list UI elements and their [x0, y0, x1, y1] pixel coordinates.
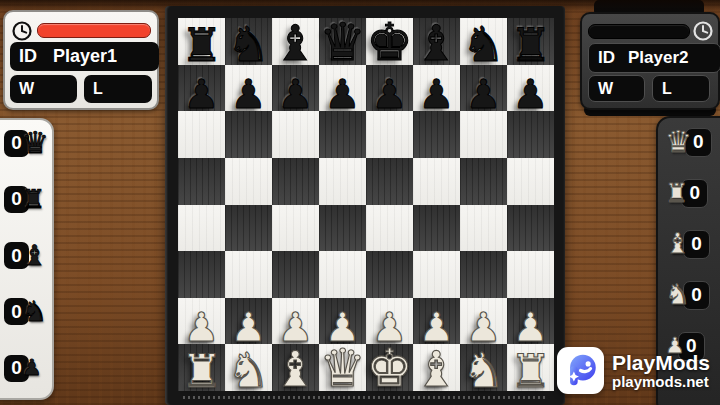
square-h4[interactable]	[507, 205, 554, 252]
playmods-logo-icon[interactable]	[557, 347, 604, 394]
square-f7[interactable]: ♟	[413, 65, 460, 112]
player2-wins-label: W	[598, 80, 613, 98]
square-d7[interactable]: ♟	[319, 65, 366, 112]
white-queen-icon: ♛	[665, 127, 692, 157]
playmods-name[interactable]: PlayMods	[612, 352, 710, 374]
player2-losses-box: L	[652, 75, 710, 102]
playmods-watermark[interactable]: PlayMods playmods.net	[557, 347, 710, 394]
piece-black-bishop[interactable]: ♝	[415, 19, 459, 68]
square-e1[interactable]: ♚	[366, 344, 413, 391]
captured-white-queen-row: ♛0	[665, 126, 720, 158]
player1-wins-box: W	[10, 75, 77, 103]
captured-white-rook-row: ♜0	[665, 177, 720, 209]
piece-white-rook[interactable]: ♜	[181, 348, 222, 394]
player2-wins-box: W	[588, 75, 645, 102]
square-f8[interactable]: ♝	[413, 18, 460, 65]
square-e4[interactable]	[366, 205, 413, 252]
square-g6[interactable]	[460, 111, 507, 158]
square-b4[interactable]	[225, 205, 272, 252]
piece-black-bishop[interactable]: ♝	[274, 19, 318, 68]
square-a1[interactable]: ♜	[178, 344, 225, 391]
piece-black-pawn[interactable]: ♟	[184, 74, 220, 114]
piece-white-bishop[interactable]: ♝	[415, 345, 459, 394]
captured-black-rook-row: 0♜	[4, 183, 52, 215]
player1-name: Player1	[53, 46, 117, 67]
square-g4[interactable]	[460, 205, 507, 252]
piece-black-knight[interactable]: ♞	[462, 20, 505, 68]
square-f2[interactable]: ♟	[413, 298, 460, 345]
player1-losses-box: L	[84, 75, 152, 103]
square-d5[interactable]	[319, 158, 366, 205]
square-c2[interactable]: ♟	[272, 298, 319, 345]
piece-white-bishop[interactable]: ♝	[274, 345, 318, 394]
square-h8[interactable]: ♜	[507, 18, 554, 65]
square-b1[interactable]: ♞	[225, 344, 272, 391]
square-d4[interactable]	[319, 205, 366, 252]
white-rook-icon: ♜	[665, 180, 688, 206]
square-f4[interactable]	[413, 205, 460, 252]
player1-clock-icon	[11, 20, 33, 42]
square-f1[interactable]: ♝	[413, 344, 460, 391]
square-h6[interactable]	[507, 111, 554, 158]
square-a5[interactable]	[178, 158, 225, 205]
square-a6[interactable]	[178, 111, 225, 158]
square-c3[interactable]	[272, 251, 319, 298]
playmods-site-link[interactable]: playmods.net	[612, 374, 710, 390]
square-h5[interactable]	[507, 158, 554, 205]
captured-black-bishop-row: 0♝	[4, 240, 52, 272]
square-f6[interactable]	[413, 111, 460, 158]
square-d1[interactable]: ♛	[319, 344, 366, 391]
white-knight-icon: ♞	[665, 281, 690, 309]
square-e3[interactable]	[366, 251, 413, 298]
captured-black-pawn-row: 0♟	[4, 352, 52, 384]
square-c5[interactable]	[272, 158, 319, 205]
piece-black-pawn[interactable]: ♟	[325, 74, 361, 114]
piece-black-rook[interactable]: ♜	[510, 22, 551, 68]
square-b7[interactable]: ♟	[225, 65, 272, 112]
player2-losses-label: L	[662, 80, 672, 98]
piece-white-pawn[interactable]: ♟	[513, 307, 549, 347]
captured-white-knight-row: ♞0	[665, 279, 720, 311]
captured-white-bishop-row: ♝0	[665, 228, 720, 260]
square-a3[interactable]	[178, 251, 225, 298]
square-d8[interactable]: ♛	[319, 18, 366, 65]
player2-id-box: ID Player2	[588, 43, 720, 73]
square-f3[interactable]	[413, 251, 460, 298]
captured-black-knight-row: 0♞	[4, 296, 52, 328]
square-a4[interactable]	[178, 205, 225, 252]
square-h7[interactable]: ♟	[507, 65, 554, 112]
piece-black-knight[interactable]: ♞	[227, 20, 270, 68]
piece-black-pawn[interactable]: ♟	[231, 74, 267, 114]
piece-white-pawn[interactable]: ♟	[184, 307, 220, 347]
piece-black-pawn[interactable]: ♟	[278, 74, 314, 114]
black-rook-icon: ♜	[22, 186, 45, 212]
captured-black-pieces-tray: 0♛0♜0♝0♞0♟	[0, 118, 54, 400]
piece-white-queen[interactable]: ♛	[319, 342, 366, 394]
square-f5[interactable]	[413, 158, 460, 205]
black-bishop-icon: ♝	[22, 242, 47, 270]
chess-board: ♜♞♝♛♚♝♞♜♟♟♟♟♟♟♟♟♟♟♟♟♟♟♟♟♜♞♝♛♚♝♞♜	[178, 18, 554, 391]
piece-black-pawn[interactable]: ♟	[513, 74, 549, 114]
player1-timer-bar	[37, 23, 151, 38]
piece-white-knight[interactable]: ♞	[462, 346, 505, 394]
square-b2[interactable]: ♟	[225, 298, 272, 345]
player2-name: Player2	[628, 48, 689, 68]
square-c7[interactable]: ♟	[272, 65, 319, 112]
player1-panel: ID Player1 W L	[3, 10, 159, 110]
player1-id-box: ID Player1	[10, 42, 159, 71]
black-pawn-icon: ♟	[22, 357, 42, 379]
square-g8[interactable]: ♞	[460, 18, 507, 65]
square-c4[interactable]	[272, 205, 319, 252]
player1-losses-label: L	[93, 80, 103, 98]
player2-clock-icon	[692, 20, 714, 42]
square-c8[interactable]: ♝	[272, 18, 319, 65]
piece-white-rook[interactable]: ♜	[510, 348, 551, 394]
piece-white-knight[interactable]: ♞	[227, 346, 270, 394]
square-d6[interactable]	[319, 111, 366, 158]
chess-board-frame: ♜♞♝♛♚♝♞♜♟♟♟♟♟♟♟♟♟♟♟♟♟♟♟♟♜♞♝♛♚♝♞♜	[165, 6, 565, 405]
square-g2[interactable]: ♟	[460, 298, 507, 345]
square-a7[interactable]: ♟	[178, 65, 225, 112]
black-knight-icon: ♞	[22, 298, 47, 326]
player2-id-label: ID	[598, 48, 615, 68]
square-g5[interactable]	[460, 158, 507, 205]
square-c1[interactable]: ♝	[272, 344, 319, 391]
piece-black-rook[interactable]: ♜	[181, 22, 222, 68]
square-a2[interactable]: ♟	[178, 298, 225, 345]
square-b8[interactable]: ♞	[225, 18, 272, 65]
square-h1[interactable]: ♜	[507, 344, 554, 391]
white-bishop-icon: ♝	[665, 230, 690, 258]
captured-black-queen-row: 0♛	[4, 127, 52, 159]
piece-white-king[interactable]: ♚	[366, 342, 413, 394]
piece-black-pawn[interactable]: ♟	[419, 74, 455, 114]
square-e7[interactable]: ♟	[366, 65, 413, 112]
square-b5[interactable]	[225, 158, 272, 205]
square-b3[interactable]	[225, 251, 272, 298]
square-h3[interactable]	[507, 251, 554, 298]
square-e8[interactable]: ♚	[366, 18, 413, 65]
square-a8[interactable]: ♜	[178, 18, 225, 65]
player2-panel: ID Player2 W L	[580, 12, 720, 110]
square-g3[interactable]	[460, 251, 507, 298]
player2-timer-bar	[588, 24, 690, 39]
square-c6[interactable]	[272, 111, 319, 158]
square-g1[interactable]: ♞	[460, 344, 507, 391]
player1-id-label: ID	[19, 46, 37, 67]
piece-black-pawn[interactable]: ♟	[466, 74, 502, 114]
piece-black-queen[interactable]: ♛	[319, 16, 366, 68]
piece-black-king[interactable]: ♚	[366, 16, 413, 68]
square-g7[interactable]: ♟	[460, 65, 507, 112]
square-h2[interactable]: ♟	[507, 298, 554, 345]
player1-wins-label: W	[19, 80, 34, 98]
square-e6[interactable]	[366, 111, 413, 158]
black-queen-icon: ♛	[22, 128, 49, 158]
square-d3[interactable]	[319, 251, 366, 298]
square-b6[interactable]	[225, 111, 272, 158]
square-e5[interactable]	[366, 158, 413, 205]
piece-black-pawn[interactable]: ♟	[372, 74, 408, 114]
